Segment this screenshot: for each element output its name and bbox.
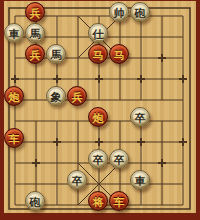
ivory-chariot-glyph: 車 — [135, 175, 146, 186]
piece-ivory-soldier[interactable]: 卒 — [109, 149, 129, 169]
ivory-chariot-glyph: 車 — [9, 28, 20, 39]
piece-ivory-general[interactable]: 帅 — [109, 2, 129, 22]
ivory-general-glyph: 帅 — [114, 7, 125, 18]
piece-red-soldier[interactable]: 兵 — [25, 2, 45, 22]
ivory-soldier-glyph: 卒 — [72, 175, 83, 186]
red-chariot-glyph: 车 — [9, 133, 20, 144]
piece-red-cannon[interactable]: 炮 — [4, 86, 24, 106]
piece-ivory-chariot[interactable]: 車 — [130, 170, 150, 190]
ivory-horse-glyph: 馬 — [51, 49, 62, 60]
ivory-cannon-glyph: 砲 — [30, 196, 41, 207]
board-surface: 兵帅砲車馬仕兵馬马马炮象兵炮卒车卒卒卒車砲将车 — [4, 1, 196, 213]
piece-ivory-cannon[interactable]: 砲 — [130, 2, 150, 22]
ivory-horse-glyph: 馬 — [30, 28, 41, 39]
piece-ivory-elephant[interactable]: 象 — [46, 86, 66, 106]
piece-ivory-soldier[interactable]: 卒 — [67, 170, 87, 190]
piece-ivory-cannon[interactable]: 砲 — [25, 191, 45, 211]
piece-ivory-chariot[interactable]: 車 — [4, 23, 24, 43]
ivory-soldier-glyph: 卒 — [114, 154, 125, 165]
red-general-glyph: 将 — [93, 196, 104, 207]
ivory-elephant-glyph: 象 — [51, 91, 62, 102]
piece-red-cannon[interactable]: 炮 — [88, 107, 108, 127]
piece-red-soldier[interactable]: 兵 — [67, 86, 87, 106]
piece-ivory-soldier[interactable]: 卒 — [130, 107, 150, 127]
red-soldier-glyph: 兵 — [30, 7, 41, 18]
piece-red-chariot[interactable]: 车 — [4, 128, 24, 148]
ivory-soldier-glyph: 卒 — [93, 154, 104, 165]
red-cannon-glyph: 炮 — [9, 91, 20, 102]
red-horse-glyph: 马 — [114, 49, 125, 60]
piece-red-horse[interactable]: 马 — [109, 44, 129, 64]
ivory-soldier-glyph: 卒 — [135, 112, 146, 123]
piece-red-general[interactable]: 将 — [88, 191, 108, 211]
ivory-advisor-glyph: 仕 — [93, 28, 104, 39]
xiangqi-board: 兵帅砲車馬仕兵馬马马炮象兵炮卒车卒卒卒車砲将车 — [0, 0, 200, 220]
piece-red-chariot[interactable]: 车 — [109, 191, 129, 211]
ivory-cannon-glyph: 砲 — [135, 7, 146, 18]
red-soldier-glyph: 兵 — [72, 91, 83, 102]
piece-ivory-soldier[interactable]: 卒 — [88, 149, 108, 169]
red-chariot-glyph: 车 — [114, 196, 125, 207]
piece-ivory-horse[interactable]: 馬 — [25, 23, 45, 43]
red-soldier-glyph: 兵 — [30, 49, 41, 60]
piece-red-horse[interactable]: 马 — [88, 44, 108, 64]
piece-ivory-horse[interactable]: 馬 — [46, 44, 66, 64]
piece-ivory-advisor[interactable]: 仕 — [88, 23, 108, 43]
piece-red-soldier[interactable]: 兵 — [25, 44, 45, 64]
red-cannon-glyph: 炮 — [93, 112, 104, 123]
red-horse-glyph: 马 — [93, 49, 104, 60]
